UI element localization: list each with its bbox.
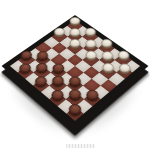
white-checker-piece: [68, 16, 83, 26]
watermark-illegible-text: [66, 144, 95, 148]
board-scene: [0, 0, 150, 150]
white-checker-piece: [100, 62, 116, 74]
white-checker-piece: [117, 62, 133, 74]
brown-checker-piece: [33, 74, 49, 87]
checkers-board: [1, 15, 148, 129]
product-photo: [0, 0, 150, 150]
brown-checker-piece: [19, 49, 35, 61]
board-square: [83, 54, 99, 66]
board-square: [66, 106, 84, 121]
